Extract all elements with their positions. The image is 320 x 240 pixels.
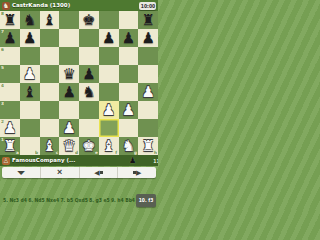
black-pawn-d4[interactable]: ♟: [59, 83, 79, 101]
square-a1[interactable]: 1a♜: [0, 137, 20, 155]
square-h5[interactable]: [138, 65, 158, 83]
move-entry-1: 6. Nd5 Nxe4: [28, 198, 59, 203]
square-f1[interactable]: f♝: [99, 137, 119, 155]
black-king-e8[interactable]: ♚: [79, 11, 99, 29]
rank-label-1: 1: [1, 138, 4, 142]
square-a5[interactable]: 5: [0, 65, 20, 83]
square-e6[interactable]: [79, 47, 99, 65]
square-d6[interactable]: [59, 47, 79, 65]
square-g8[interactable]: [119, 11, 139, 29]
square-c1[interactable]: c♝: [40, 137, 60, 155]
square-a4[interactable]: 4: [0, 83, 20, 101]
black-pawn-h7[interactable]: ♟: [138, 29, 158, 47]
square-h8[interactable]: ♜: [138, 11, 158, 29]
white-pawn-h4[interactable]: ♟: [138, 83, 158, 101]
white-pawn-d2[interactable]: ♟: [59, 119, 79, 137]
black-knight-e4[interactable]: ♞: [79, 83, 99, 101]
square-h6[interactable]: [138, 47, 158, 65]
square-b4[interactable]: ♝: [20, 83, 40, 101]
captured-black-pawn-icon: ♟: [129, 155, 136, 166]
square-g1[interactable]: g♞: [119, 137, 139, 155]
collapse-button[interactable]: ▾: [2, 167, 40, 178]
square-h2[interactable]: [138, 119, 158, 137]
square-e7[interactable]: [79, 29, 99, 47]
rank-label-4: 4: [1, 84, 4, 88]
square-e8[interactable]: ♚: [79, 11, 99, 29]
move-entry-4: 9. h4 Bb4: [111, 198, 135, 203]
square-b7[interactable]: ♟: [20, 29, 40, 47]
file-label-h: h: [154, 150, 157, 154]
square-d7[interactable]: [59, 29, 79, 47]
file-label-e: e: [95, 150, 98, 154]
square-f3[interactable]: ♟: [99, 101, 119, 119]
rank-label-7: 7: [1, 30, 4, 34]
square-d3[interactable]: [59, 101, 79, 119]
square-c8[interactable]: ♝: [40, 11, 60, 29]
rank-label-2: 2: [1, 120, 4, 124]
square-f6[interactable]: [99, 47, 119, 65]
back-button[interactable]: ◀: [79, 167, 118, 178]
opponent-clock-text: 10:00: [140, 3, 154, 8]
square-c7[interactable]: [40, 29, 60, 47]
square-g7[interactable]: ♟: [119, 29, 139, 47]
opponent-name: CastrKanda (1300): [12, 2, 70, 8]
square-b3[interactable]: [20, 101, 40, 119]
black-queen-d5[interactable]: ♛: [59, 65, 79, 83]
rank-label-6: 6: [1, 48, 4, 52]
square-c6[interactable]: [40, 47, 60, 65]
square-h3[interactable]: [138, 101, 158, 119]
player-name: FamousCompany (...: [12, 157, 75, 163]
square-f8[interactable]: [99, 11, 119, 29]
square-b8[interactable]: ♞: [20, 11, 40, 29]
square-d5[interactable]: ♛: [59, 65, 79, 83]
rank-label-5: 5: [1, 66, 4, 70]
black-pawn-b7[interactable]: ♟: [20, 29, 40, 47]
square-c2[interactable]: [40, 119, 60, 137]
rank-label-8: 8: [1, 12, 4, 16]
square-c3[interactable]: [40, 101, 60, 119]
square-c5[interactable]: [40, 65, 60, 83]
white-pawn-f3[interactable]: ♟: [99, 101, 119, 119]
square-a6[interactable]: 6: [0, 47, 20, 65]
black-pawn-e5[interactable]: ♟: [79, 65, 99, 83]
forward-button-icon: ▶: [136, 169, 141, 176]
square-g6[interactable]: [119, 47, 139, 65]
move-entry-3: 8. g3 e5: [89, 198, 110, 203]
square-a8[interactable]: 8♜: [0, 11, 20, 29]
back-button-icon: [100, 171, 103, 174]
chess-app: ♞ CastrKanda (1300) 10:00 8♜♞♝♚♜7♟♟♟♟♟65…: [0, 0, 158, 210]
square-f7[interactable]: ♟: [99, 29, 119, 47]
move-list: 5. Nc3 d46. Nd5 Nxe47. b5 Qxd58. g3 e59.…: [3, 194, 136, 206]
collapse-button-icon: ▾: [17, 169, 25, 177]
square-d4[interactable]: ♟: [59, 83, 79, 101]
black-bishop-c8[interactable]: ♝: [40, 11, 60, 29]
square-f5[interactable]: [99, 65, 119, 83]
file-label-a: a: [16, 150, 19, 154]
square-e1[interactable]: e♚: [79, 137, 99, 155]
opponent-avatar[interactable]: ♞: [2, 2, 10, 10]
opponent-clock: 10:00: [139, 2, 156, 10]
file-label-c: c: [56, 150, 58, 154]
square-d2[interactable]: ♟: [59, 119, 79, 137]
square-d1[interactable]: d♛: [59, 137, 79, 155]
black-pawn-f7[interactable]: ♟: [99, 29, 119, 47]
move-entry-2: 7. b5 Qxd5: [60, 198, 87, 203]
square-g5[interactable]: [119, 65, 139, 83]
square-d8[interactable]: [59, 11, 79, 29]
square-a3[interactable]: 3: [0, 101, 20, 119]
black-rook-h8[interactable]: ♜: [138, 11, 158, 29]
player-clock-text: 11:04: [153, 158, 158, 163]
square-e2[interactable]: [79, 119, 99, 137]
square-c4[interactable]: [40, 83, 60, 101]
close-button-icon: ×: [57, 168, 62, 177]
file-label-b: b: [35, 150, 38, 154]
square-h4[interactable]: ♟: [138, 83, 158, 101]
forward-button[interactable]: ▶: [117, 167, 156, 178]
square-b6[interactable]: [20, 47, 40, 65]
player-avatar[interactable]: ♙: [2, 157, 10, 165]
square-h1[interactable]: h♜: [138, 137, 158, 155]
square-b2[interactable]: [20, 119, 40, 137]
square-g4[interactable]: [119, 83, 139, 101]
square-e4[interactable]: ♞: [79, 83, 99, 101]
game-toolbar: ▾×◀▶: [2, 167, 156, 178]
square-h7[interactable]: ♟: [138, 29, 158, 47]
black-knight-b8[interactable]: ♞: [20, 11, 40, 29]
square-b1[interactable]: b: [20, 137, 40, 155]
opponent-avatar-piece-icon: ♞: [3, 2, 9, 10]
chess-board: 8♜♞♝♚♜7♟♟♟♟♟65♟♛♟4♝♟♞♟3♟♟2♟♟1a♜bc♝d♛e♚f♝…: [0, 11, 158, 155]
square-b5[interactable]: ♟: [20, 65, 40, 83]
black-pawn-g7[interactable]: ♟: [119, 29, 139, 47]
move-entry-0: 5. Nc3 d4: [3, 198, 27, 203]
square-g3[interactable]: ♟: [119, 101, 139, 119]
black-bishop-b4[interactable]: ♝: [20, 83, 40, 101]
square-f2[interactable]: [99, 119, 119, 137]
file-label-d: d: [75, 150, 78, 154]
square-g2[interactable]: [119, 119, 139, 137]
player-avatar-piece-icon: ♙: [3, 157, 9, 165]
white-pawn-b5[interactable]: ♟: [20, 65, 40, 83]
square-f4[interactable]: [99, 83, 119, 101]
rank-label-3: 3: [1, 102, 4, 106]
file-label-g: g: [134, 150, 137, 154]
player-clock-group: ♟ 11:04: [129, 155, 158, 166]
move-list-row: 5. Nc3 d46. Nd5 Nxe47. b5 Qxd58. g3 e59.…: [0, 192, 158, 210]
square-a7[interactable]: 7♟: [0, 29, 20, 47]
square-a2[interactable]: 2♟: [0, 119, 20, 137]
opponent-bar: ♞ CastrKanda (1300) 10:00: [0, 0, 158, 11]
player-bar: ♙ FamousCompany (... ♟ 11:04: [0, 155, 158, 166]
current-move-text: 10. f3: [139, 198, 154, 203]
current-move-badge: 10. f3: [136, 194, 156, 207]
square-e3[interactable]: [79, 101, 99, 119]
background-area: [0, 179, 158, 192]
square-e5[interactable]: ♟: [79, 65, 99, 83]
close-button[interactable]: ×: [40, 167, 79, 178]
white-pawn-g3[interactable]: ♟: [119, 101, 139, 119]
